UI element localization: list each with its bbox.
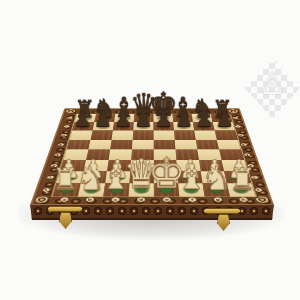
- square-e5: [154, 140, 176, 150]
- coordinate-cell: 5: [236, 140, 251, 150]
- square-g1: ♞: [203, 183, 230, 196]
- coordinate-medallion-b: b: [85, 197, 96, 202]
- square-g5: [196, 140, 219, 150]
- piece-base-shadow: [81, 185, 102, 195]
- coordinate-medallion-8: 8: [231, 117, 239, 120]
- piece-base-shadow: [176, 123, 192, 130]
- piece-base-shadow: [195, 123, 212, 130]
- square-f8: ♝: [173, 114, 193, 122]
- piece-base-shadow: [181, 185, 201, 195]
- piece-base-shadow: [156, 115, 171, 121]
- coordinate-cell: 4: [50, 149, 65, 159]
- square-d3: [130, 160, 153, 171]
- square-d2: ♟: [130, 171, 154, 183]
- square-c8: ♝: [114, 114, 134, 122]
- coordinate-cell: 3: [242, 160, 258, 171]
- board-grid: ♜♞♝♛♚♝♞♜♟♟♟♟♟♟♟♟♟♟♟♟♟♟♟♟♜♞♝♛♚♝♞♜: [53, 114, 256, 196]
- square-e1: ♚: [154, 183, 179, 196]
- square-a1: ♜: [53, 183, 81, 196]
- piece-base-shadow: [115, 123, 131, 130]
- piece-base-shadow: [227, 172, 248, 181]
- square-f2: ♟: [177, 171, 202, 183]
- square-f1: ♝: [178, 183, 204, 196]
- coordinate-medallion-5: 5: [56, 143, 65, 146]
- piece-base-shadow: [106, 185, 126, 195]
- square-d7: ♟: [133, 122, 153, 131]
- piece-base-shadow: [108, 172, 127, 181]
- coordinate-medallion-d: d: [136, 197, 146, 202]
- piece-base-shadow: [215, 123, 232, 130]
- coordinate-medallion-1: 1: [41, 187, 51, 192]
- square-c2: ♟: [105, 171, 130, 183]
- square-f7: ♟: [173, 122, 194, 131]
- square-c1: ♝: [103, 183, 129, 196]
- square-c6: [112, 131, 134, 140]
- piece-base-shadow: [56, 185, 78, 195]
- square-g8: ♞: [192, 114, 213, 122]
- square-a4: [63, 149, 88, 159]
- coordinate-cell: 7: [231, 122, 245, 131]
- square-g2: ♟: [201, 171, 227, 183]
- piece-base-shadow: [194, 115, 210, 121]
- coordinate-medallion-f: f: [187, 197, 197, 202]
- square-b7: ♟: [93, 122, 115, 131]
- coordinate-medallion-h: h: [238, 197, 249, 202]
- brass-clasp-left-icon: [47, 206, 83, 212]
- coordinate-medallion-e: e: [162, 197, 172, 202]
- square-f6: [174, 131, 196, 140]
- square-e3: [154, 160, 177, 171]
- corner-rosette-icon: [35, 196, 49, 202]
- coordinate-medallion-6: 6: [60, 133, 68, 136]
- piece-base-shadow: [175, 115, 191, 121]
- file-labels: abcdefgh: [51, 196, 258, 203]
- square-f5: [175, 140, 198, 150]
- coordinate-cell: d: [128, 196, 154, 203]
- coordinate-medallion-2: 2: [45, 175, 55, 179]
- piece-base-shadow: [136, 123, 152, 130]
- coordinate-medallion-8: 8: [65, 117, 73, 120]
- square-a7: ♟: [72, 122, 94, 131]
- piece-base-shadow: [75, 123, 92, 130]
- chess-board: ♜♞♝♛♚♝♞♜♟♟♟♟♟♟♟♟♟♟♟♟♟♟♟♟♜♞♝♛♚♝♞♜ abcdefg…: [30, 108, 274, 205]
- coordinate-cell: a: [51, 196, 79, 203]
- square-d5: [132, 140, 154, 150]
- square-e2: ♟: [154, 171, 178, 183]
- coordinate-medallion-6: 6: [236, 133, 244, 136]
- square-d4: [131, 149, 154, 159]
- square-c3: [107, 160, 131, 171]
- square-a3: [60, 160, 86, 171]
- piece-base-shadow: [157, 172, 176, 181]
- piece-base-shadow: [157, 185, 177, 195]
- coordinate-cell: b: [76, 196, 103, 203]
- piece-base-shadow: [204, 172, 224, 181]
- piece-base-shadow: [156, 123, 172, 130]
- coordinate-medallion-1: 1: [253, 187, 263, 192]
- square-b6: [90, 131, 112, 140]
- square-a2: ♟: [56, 171, 83, 183]
- piece-base-shadow: [97, 115, 113, 121]
- piece-base-shadow: [180, 172, 199, 181]
- coordinate-medallion-3: 3: [49, 163, 58, 167]
- corner-rosette-icon: [228, 109, 238, 112]
- coordinate-medallion-4: 4: [53, 153, 62, 157]
- square-b2: ♟: [81, 171, 107, 183]
- square-a6: [69, 131, 92, 140]
- square-b1: ♞: [78, 183, 105, 196]
- square-e7: ♟: [154, 122, 174, 131]
- coordinate-cell: 3: [46, 160, 62, 171]
- square-h1: ♜: [227, 183, 255, 196]
- coordinate-cell: 6: [233, 131, 247, 140]
- piece-base-shadow: [230, 185, 252, 195]
- chess-board-scene: ♜♞♝♛♚♝♞♜♟♟♟♟♟♟♟♟♟♟♟♟♟♟♟♟♜♞♝♛♚♝♞♜ abcdefg…: [0, 0, 300, 300]
- coordinate-cell: g: [205, 196, 232, 203]
- corner-rosette-icon: [255, 196, 269, 202]
- piece-base-shadow: [206, 185, 227, 195]
- brass-clasp-right-icon: [203, 208, 241, 214]
- square-g7: ♟: [193, 122, 215, 131]
- piece-base-shadow: [117, 115, 133, 121]
- piece-base-shadow: [84, 172, 104, 181]
- coordinate-cell: f: [179, 196, 205, 203]
- piece-base-shadow: [213, 115, 230, 121]
- square-g6: [194, 131, 216, 140]
- coordinate-medallion-a: a: [59, 197, 70, 202]
- piece-base-shadow: [60, 172, 81, 181]
- square-e4: [154, 149, 177, 159]
- square-d6: [133, 131, 154, 140]
- coordinate-cell: 8: [63, 114, 76, 122]
- piece-base-shadow: [132, 172, 151, 181]
- square-a5: [67, 140, 91, 150]
- square-g4: [197, 149, 221, 159]
- piece-base-shadow: [95, 123, 112, 130]
- coordinate-medallion-5: 5: [239, 143, 248, 146]
- square-g3: [199, 160, 224, 171]
- coordinate-medallion-2: 2: [249, 175, 259, 179]
- piece-base-shadow: [132, 185, 151, 195]
- square-d1: ♛: [129, 183, 154, 196]
- coordinate-cell: h: [230, 196, 258, 203]
- square-b3: [84, 160, 109, 171]
- square-b5: [88, 140, 111, 150]
- coordinate-medallion-g: g: [212, 197, 223, 202]
- watermark-logo: ♙: [245, 55, 300, 121]
- watermark-pawn-icon: ♙: [245, 69, 300, 99]
- square-c5: [110, 140, 132, 150]
- coordinate-cell: 7: [60, 122, 74, 131]
- coordinate-medallion-3: 3: [246, 163, 255, 167]
- coordinate-cell: 4: [239, 149, 254, 159]
- coordinate-cell: 6: [56, 131, 70, 140]
- square-e8: ♚: [153, 114, 173, 122]
- square-e6: [154, 131, 175, 140]
- square-d8: ♛: [134, 114, 154, 122]
- coordinate-medallion-4: 4: [242, 153, 251, 157]
- square-c7: ♟: [113, 122, 134, 131]
- square-f3: [176, 160, 200, 171]
- coordinate-cell: c: [102, 196, 128, 203]
- coordinate-medallion-c: c: [110, 197, 120, 202]
- square-b4: [86, 149, 110, 159]
- coordinate-cell: 5: [53, 140, 68, 150]
- piece-base-shadow: [136, 115, 151, 121]
- coordinate-medallion-7: 7: [234, 125, 242, 128]
- coordinate-medallion-7: 7: [63, 125, 71, 128]
- coordinate-cell: e: [154, 196, 180, 203]
- square-c4: [109, 149, 132, 159]
- square-b8: ♞: [94, 114, 115, 122]
- coordinate-cell: 8: [228, 114, 241, 122]
- corner-rosette-icon: [66, 109, 76, 112]
- piece-base-shadow: [77, 115, 94, 121]
- square-f4: [175, 149, 198, 159]
- square-a8: ♜: [75, 114, 96, 122]
